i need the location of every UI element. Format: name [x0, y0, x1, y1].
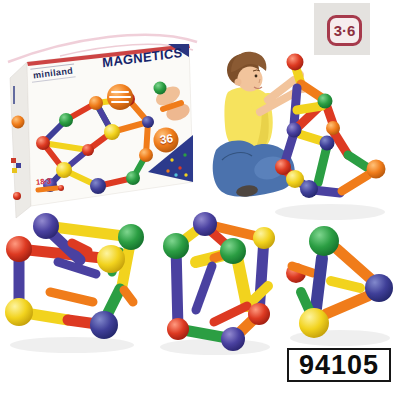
age-range-badge: 3·6 [327, 15, 362, 46]
size-label: 18·3 [36, 176, 52, 186]
box-small-ball-art [58, 185, 64, 191]
product-photo: 3·6 miniland MAGNETICS 36 18·3 94105 [0, 0, 403, 395]
boy-head [227, 52, 266, 92]
structure-right [286, 226, 393, 338]
structure-middle [163, 212, 275, 351]
age-range-label: 3·6 [334, 22, 356, 39]
box-small-rod-art [38, 188, 57, 190]
photo-scene [0, 0, 403, 395]
structure-left [5, 213, 144, 339]
product-code-box: 94105 [287, 348, 391, 382]
product-code-label: 94105 [299, 350, 379, 381]
tower-apex-ball [287, 54, 304, 71]
magnetic-tower [275, 54, 386, 199]
magnet-icon [107, 84, 133, 110]
